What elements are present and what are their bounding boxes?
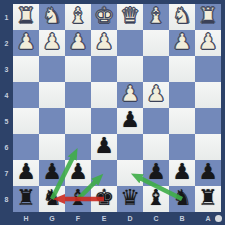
square-g8[interactable]: ♞ <box>39 186 65 212</box>
piece-wP-d4[interactable]: ♟ <box>120 82 140 107</box>
piece-bB-f8[interactable]: ♝ <box>68 186 88 211</box>
piece-wP-g2[interactable]: ♟ <box>42 30 62 55</box>
square-b2[interactable]: ♟ <box>169 30 195 56</box>
piece-wP-a2[interactable]: ♟ <box>198 30 218 55</box>
file-label-h: H <box>13 212 39 225</box>
piece-wP-f2[interactable]: ♟ <box>68 30 88 55</box>
square-b3[interactable] <box>169 56 195 82</box>
chess-board[interactable]: ♜♞♝♚♛♝♞♜♟♟♟♟♟♟♟♟♟♟♟♟♟♟♟♟♜♞♝♚♛♝♞♜ <box>13 4 221 212</box>
piece-wK-e1[interactable]: ♚ <box>94 4 114 29</box>
rank-label-2: 2 <box>0 30 13 56</box>
square-c5[interactable] <box>143 108 169 134</box>
piece-wR-h1[interactable]: ♜ <box>16 4 36 29</box>
square-g4[interactable] <box>39 82 65 108</box>
square-e6[interactable]: ♟ <box>91 134 117 160</box>
square-b1[interactable]: ♞ <box>169 4 195 30</box>
rank-labels: 12345678 <box>0 4 13 212</box>
piece-bP-h7[interactable]: ♟ <box>16 160 36 185</box>
square-g1[interactable]: ♞ <box>39 4 65 30</box>
piece-bR-a8[interactable]: ♜ <box>198 186 218 211</box>
file-labels: HGFEDCBA <box>13 212 221 225</box>
piece-wN-b1[interactable]: ♞ <box>172 4 192 29</box>
square-c8[interactable]: ♝ <box>143 186 169 212</box>
piece-bP-d5[interactable]: ♟ <box>120 108 140 133</box>
square-d8[interactable]: ♛ <box>117 186 143 212</box>
square-a8[interactable]: ♜ <box>195 186 221 212</box>
square-f4[interactable] <box>65 82 91 108</box>
square-e4[interactable] <box>91 82 117 108</box>
square-f6[interactable] <box>65 134 91 160</box>
square-e2[interactable]: ♟ <box>91 30 117 56</box>
square-a7[interactable]: ♟ <box>195 160 221 186</box>
piece-wB-c1[interactable]: ♝ <box>146 4 166 29</box>
chess-board-widget: 12345678 HGFEDCBA ♜♞♝♚♛♝♞♜♟♟♟♟♟♟♟♟♟♟♟♟♟♟… <box>0 0 225 225</box>
square-f2[interactable]: ♟ <box>65 30 91 56</box>
square-a3[interactable] <box>195 56 221 82</box>
square-g3[interactable] <box>39 56 65 82</box>
file-label-e: E <box>91 212 117 225</box>
piece-bP-c7[interactable]: ♟ <box>146 160 166 185</box>
piece-bR-h8[interactable]: ♜ <box>16 186 36 211</box>
square-a4[interactable] <box>195 82 221 108</box>
square-f3[interactable] <box>65 56 91 82</box>
rank-label-4: 4 <box>0 82 13 108</box>
square-a5[interactable] <box>195 108 221 134</box>
square-d7[interactable] <box>117 160 143 186</box>
square-a6[interactable] <box>195 134 221 160</box>
file-label-d: D <box>117 212 143 225</box>
square-h7[interactable]: ♟ <box>13 160 39 186</box>
square-c1[interactable]: ♝ <box>143 4 169 30</box>
square-a1[interactable]: ♜ <box>195 4 221 30</box>
square-a2[interactable]: ♟ <box>195 30 221 56</box>
rank-label-8: 8 <box>0 186 13 212</box>
square-h4[interactable] <box>13 82 39 108</box>
piece-bB-c8[interactable]: ♝ <box>146 186 166 211</box>
rank-label-7: 7 <box>0 160 13 186</box>
piece-wP-b2[interactable]: ♟ <box>172 30 192 55</box>
file-label-f: F <box>65 212 91 225</box>
square-b6[interactable] <box>169 134 195 160</box>
corner-dot-button[interactable] <box>215 215 222 222</box>
square-f5[interactable] <box>65 108 91 134</box>
square-g7[interactable]: ♟ <box>39 160 65 186</box>
square-d3[interactable] <box>117 56 143 82</box>
piece-bP-e6[interactable]: ♟ <box>94 134 114 159</box>
piece-bQ-d8[interactable]: ♛ <box>120 186 140 211</box>
square-c3[interactable] <box>143 56 169 82</box>
square-d2[interactable] <box>117 30 143 56</box>
square-h2[interactable]: ♟ <box>13 30 39 56</box>
square-g2[interactable]: ♟ <box>39 30 65 56</box>
square-d4[interactable]: ♟ <box>117 82 143 108</box>
rank-label-1: 1 <box>0 4 13 30</box>
rank-label-6: 6 <box>0 134 13 160</box>
piece-wP-e2[interactable]: ♟ <box>94 30 114 55</box>
square-b5[interactable] <box>169 108 195 134</box>
file-label-b: B <box>169 212 195 225</box>
file-label-g: G <box>39 212 65 225</box>
square-d1[interactable]: ♛ <box>117 4 143 30</box>
piece-wR-a1[interactable]: ♜ <box>198 4 218 29</box>
piece-wB-f1[interactable]: ♝ <box>68 4 88 29</box>
square-f7[interactable]: ♟ <box>65 160 91 186</box>
square-h3[interactable] <box>13 56 39 82</box>
piece-wP-c4[interactable]: ♟ <box>146 82 166 107</box>
piece-wP-h2[interactable]: ♟ <box>16 30 36 55</box>
piece-bN-b8[interactable]: ♞ <box>172 186 192 211</box>
piece-bK-e8[interactable]: ♚ <box>94 186 114 211</box>
square-e7[interactable] <box>91 160 117 186</box>
piece-bP-a7[interactable]: ♟ <box>198 160 218 185</box>
piece-bN-g8[interactable]: ♞ <box>42 186 62 211</box>
square-f8[interactable]: ♝ <box>65 186 91 212</box>
square-e3[interactable] <box>91 56 117 82</box>
square-b7[interactable]: ♟ <box>169 160 195 186</box>
piece-bP-g7[interactable]: ♟ <box>42 160 62 185</box>
square-f1[interactable]: ♝ <box>65 4 91 30</box>
square-e1[interactable]: ♚ <box>91 4 117 30</box>
square-h6[interactable] <box>13 134 39 160</box>
square-h1[interactable]: ♜ <box>13 4 39 30</box>
square-c7[interactable]: ♟ <box>143 160 169 186</box>
rank-label-3: 3 <box>0 56 13 82</box>
square-b8[interactable]: ♞ <box>169 186 195 212</box>
square-g5[interactable] <box>39 108 65 134</box>
piece-bP-b7[interactable]: ♟ <box>172 160 192 185</box>
square-b4[interactable] <box>169 82 195 108</box>
square-d5[interactable]: ♟ <box>117 108 143 134</box>
square-c2[interactable] <box>143 30 169 56</box>
piece-bP-f7[interactable]: ♟ <box>68 160 88 185</box>
file-label-c: C <box>143 212 169 225</box>
square-d6[interactable] <box>117 134 143 160</box>
piece-wQ-d1[interactable]: ♛ <box>120 4 140 29</box>
square-e8[interactable]: ♚ <box>91 186 117 212</box>
square-h5[interactable] <box>13 108 39 134</box>
piece-wN-g1[interactable]: ♞ <box>42 4 62 29</box>
square-g6[interactable] <box>39 134 65 160</box>
square-h8[interactable]: ♜ <box>13 186 39 212</box>
square-c6[interactable] <box>143 134 169 160</box>
square-c4[interactable]: ♟ <box>143 82 169 108</box>
rank-label-5: 5 <box>0 108 13 134</box>
square-e5[interactable] <box>91 108 117 134</box>
